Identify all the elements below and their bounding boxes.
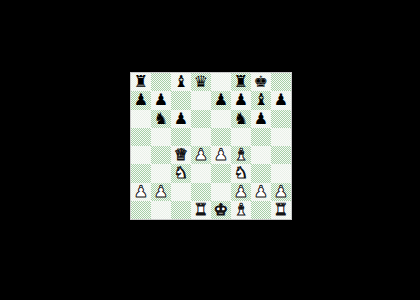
- square-d2[interactable]: [191, 183, 211, 201]
- black-bishop-g7: ♝: [254, 92, 268, 108]
- black-pawn-e7: ♟: [214, 92, 228, 108]
- square-b8[interactable]: [151, 73, 171, 91]
- chess-board: ♜♝♛♜♚♟♟♟♟♝♟♞♟♞♟♛♟♟♝♞♞♟♟♟♟♟♜♚♝♜: [130, 72, 292, 220]
- black-king-g8: ♚: [254, 74, 268, 90]
- square-b1[interactable]: [151, 201, 171, 219]
- square-g6[interactable]: ♟: [251, 110, 271, 128]
- square-h8[interactable]: [271, 73, 291, 91]
- square-e5[interactable]: [211, 128, 231, 146]
- square-f4[interactable]: ♝: [231, 146, 251, 164]
- white-pawn-d4: ♟: [194, 147, 208, 163]
- square-g8[interactable]: ♚: [251, 73, 271, 91]
- square-f1[interactable]: ♝: [231, 201, 251, 219]
- square-h2[interactable]: ♟: [271, 183, 291, 201]
- white-knight-f3: ♞: [234, 165, 248, 181]
- square-g7[interactable]: ♝: [251, 91, 271, 109]
- square-f7[interactable]: ♟: [231, 91, 251, 109]
- square-g2[interactable]: ♟: [251, 183, 271, 201]
- square-f3[interactable]: ♞: [231, 164, 251, 182]
- page-background: ♜♝♛♜♚♟♟♟♟♝♟♞♟♞♟♛♟♟♝♞♞♟♟♟♟♟♜♚♝♜: [0, 0, 420, 300]
- square-e7[interactable]: ♟: [211, 91, 231, 109]
- white-rook-d1: ♜: [194, 201, 208, 217]
- square-e2[interactable]: [211, 183, 231, 201]
- square-h6[interactable]: [271, 110, 291, 128]
- square-d4[interactable]: ♟: [191, 146, 211, 164]
- square-g3[interactable]: [251, 164, 271, 182]
- square-e1[interactable]: ♚: [211, 201, 231, 219]
- square-b6[interactable]: ♞: [151, 110, 171, 128]
- white-pawn-b2: ♟: [154, 183, 168, 199]
- black-pawn-g6: ♟: [254, 110, 268, 126]
- black-knight-b6: ♞: [154, 110, 168, 126]
- square-a7[interactable]: ♟: [131, 91, 151, 109]
- square-c5[interactable]: [171, 128, 191, 146]
- square-f5[interactable]: [231, 128, 251, 146]
- white-rook-h1: ♜: [274, 201, 288, 217]
- black-pawn-a7: ♟: [134, 92, 148, 108]
- white-pawn-f2: ♟: [234, 183, 248, 199]
- square-f2[interactable]: ♟: [231, 183, 251, 201]
- black-pawn-f7: ♟: [234, 92, 248, 108]
- square-h7[interactable]: ♟: [271, 91, 291, 109]
- square-e8[interactable]: [211, 73, 231, 91]
- square-c8[interactable]: ♝: [171, 73, 191, 91]
- square-c3[interactable]: ♞: [171, 164, 191, 182]
- square-c4[interactable]: ♛: [171, 146, 191, 164]
- square-b2[interactable]: ♟: [151, 183, 171, 201]
- square-a2[interactable]: ♟: [131, 183, 151, 201]
- black-rook-a8: ♜: [134, 74, 148, 90]
- black-pawn-c6: ♟: [174, 110, 188, 126]
- square-d6[interactable]: [191, 110, 211, 128]
- square-e4[interactable]: ♟: [211, 146, 231, 164]
- square-a5[interactable]: [131, 128, 151, 146]
- white-knight-c3: ♞: [174, 165, 188, 181]
- square-e3[interactable]: [211, 164, 231, 182]
- black-queen-d8: ♛: [194, 74, 208, 90]
- black-rook-f8: ♜: [234, 74, 248, 90]
- square-a1[interactable]: [131, 201, 151, 219]
- square-c1[interactable]: [171, 201, 191, 219]
- black-bishop-c8: ♝: [174, 74, 188, 90]
- square-g5[interactable]: [251, 128, 271, 146]
- square-d5[interactable]: [191, 128, 211, 146]
- white-pawn-g2: ♟: [254, 183, 268, 199]
- square-c6[interactable]: ♟: [171, 110, 191, 128]
- square-f8[interactable]: ♜: [231, 73, 251, 91]
- square-b7[interactable]: ♟: [151, 91, 171, 109]
- square-h4[interactable]: [271, 146, 291, 164]
- black-knight-f6: ♞: [234, 110, 248, 126]
- square-d8[interactable]: ♛: [191, 73, 211, 91]
- black-pawn-h7: ♟: [274, 92, 288, 108]
- square-c7[interactable]: [171, 91, 191, 109]
- square-b5[interactable]: [151, 128, 171, 146]
- white-pawn-e4: ♟: [214, 147, 228, 163]
- square-d1[interactable]: ♜: [191, 201, 211, 219]
- square-h3[interactable]: [271, 164, 291, 182]
- square-g4[interactable]: [251, 146, 271, 164]
- square-a4[interactable]: [131, 146, 151, 164]
- white-pawn-h2: ♟: [274, 183, 288, 199]
- square-f6[interactable]: ♞: [231, 110, 251, 128]
- square-c2[interactable]: [171, 183, 191, 201]
- white-queen-c4: ♛: [174, 147, 188, 163]
- square-b3[interactable]: [151, 164, 171, 182]
- square-a6[interactable]: [131, 110, 151, 128]
- square-g1[interactable]: [251, 201, 271, 219]
- square-d7[interactable]: [191, 91, 211, 109]
- square-a3[interactable]: [131, 164, 151, 182]
- square-h1[interactable]: ♜: [271, 201, 291, 219]
- white-bishop-f4: ♝: [234, 147, 248, 163]
- white-bishop-f1: ♝: [234, 201, 248, 217]
- white-pawn-a2: ♟: [134, 183, 148, 199]
- square-h5[interactable]: [271, 128, 291, 146]
- square-a8[interactable]: ♜: [131, 73, 151, 91]
- white-king-e1: ♚: [214, 201, 228, 217]
- black-pawn-b7: ♟: [154, 92, 168, 108]
- square-b4[interactable]: [151, 146, 171, 164]
- square-e6[interactable]: [211, 110, 231, 128]
- square-d3[interactable]: [191, 164, 211, 182]
